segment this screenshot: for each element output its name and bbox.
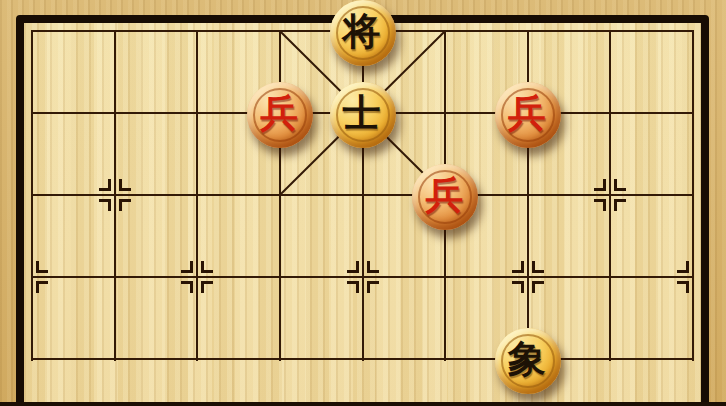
point-marker (367, 261, 379, 273)
point-marker (532, 261, 544, 273)
piece-black-advisor[interactable]: 士 (330, 82, 396, 148)
point-marker (512, 261, 524, 273)
point-marker (512, 281, 524, 293)
bottom-edge-bar (0, 402, 726, 406)
piece-black-general[interactable]: 将 (330, 0, 396, 66)
point-marker (201, 281, 213, 293)
point-marker (367, 281, 379, 293)
piece-character: 兵 (508, 94, 546, 132)
file-line (362, 30, 364, 361)
point-marker (181, 261, 193, 273)
point-marker (36, 261, 48, 273)
piece-character: 兵 (260, 94, 298, 132)
point-marker (119, 179, 131, 191)
file-line (196, 30, 198, 361)
file-line (527, 30, 529, 361)
piece-red-soldier-left[interactable]: 兵 (247, 82, 313, 148)
point-marker (181, 281, 193, 293)
point-marker (532, 281, 544, 293)
piece-character: 象 (508, 340, 546, 378)
file-line (31, 30, 33, 361)
point-marker (614, 179, 626, 191)
point-marker (677, 261, 689, 273)
piece-character: 将 (343, 12, 381, 50)
point-marker (677, 281, 689, 293)
piece-black-elephant[interactable]: 象 (495, 328, 561, 394)
piece-red-soldier-right[interactable]: 兵 (495, 82, 561, 148)
point-marker (347, 261, 359, 273)
point-marker (119, 199, 131, 211)
point-marker (99, 199, 111, 211)
point-marker (347, 281, 359, 293)
piece-character: 兵 (425, 176, 463, 214)
point-marker (36, 281, 48, 293)
xiangqi-app-window: 将兵士兵兵象 (0, 0, 726, 406)
file-line (609, 30, 611, 361)
piece-character: 士 (343, 94, 381, 132)
piece-red-soldier-center[interactable]: 兵 (412, 164, 478, 230)
point-marker (614, 199, 626, 211)
point-marker (201, 261, 213, 273)
point-marker (594, 179, 606, 191)
file-line (114, 30, 116, 361)
point-marker (594, 199, 606, 211)
point-marker (99, 179, 111, 191)
file-line (692, 30, 694, 361)
file-line (279, 30, 281, 361)
